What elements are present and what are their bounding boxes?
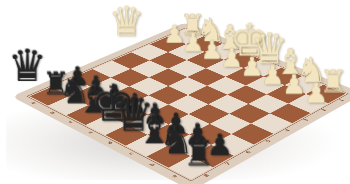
rank-label-4: 4 xyxy=(283,128,293,133)
product-photo-stage: hgfedcba87654321♜♞♝♛♚♝♞♜♟♟♟♟♟♟♟♟♟♟♟♟♟♟♟♟… xyxy=(0,0,350,184)
rank-label-2: 2 xyxy=(319,108,329,113)
rank-label-3: 3 xyxy=(301,118,311,123)
rank-label-8: 8 xyxy=(202,173,213,179)
file-label-a: a xyxy=(169,173,180,179)
white-pawn-icon: ♟ xyxy=(274,79,350,107)
black-rook-icon: ♜ xyxy=(153,136,245,171)
